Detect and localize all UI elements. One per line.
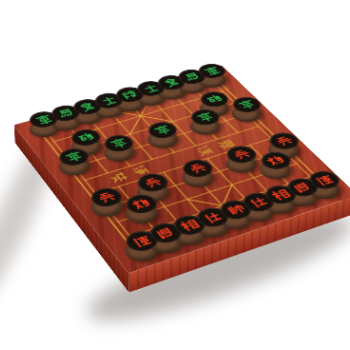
soldier-glyph-icon xyxy=(185,161,210,176)
soldier-glyph-icon xyxy=(62,150,86,164)
xiangqi-board xyxy=(14,65,350,273)
chariot-glyph-icon xyxy=(311,172,337,187)
product-photo xyxy=(0,0,350,350)
scene-3d xyxy=(9,9,342,342)
soldier-glyph-icon xyxy=(140,175,165,190)
river-label-chu-river xyxy=(110,172,128,183)
cannon-glyph-icon xyxy=(263,153,288,168)
river-label-han-border xyxy=(197,146,213,155)
soldier-glyph-icon xyxy=(229,147,254,161)
soldier-glyph-icon xyxy=(94,189,119,205)
cannon-glyph-icon xyxy=(129,196,155,212)
